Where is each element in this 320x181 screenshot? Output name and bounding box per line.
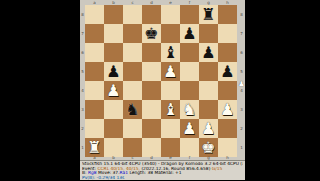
square-g2[interactable]: ♟ <box>199 119 218 138</box>
square-g7[interactable] <box>199 24 218 43</box>
black-pawn[interactable]: ♟ <box>182 24 196 43</box>
white-knight[interactable]: ♞ <box>182 100 196 119</box>
white-pawn[interactable]: ♟ <box>106 81 120 100</box>
square-a5[interactable] <box>85 62 104 81</box>
square-c2[interactable] <box>123 119 142 138</box>
black-rook[interactable]: ♜ <box>201 5 215 24</box>
coordinate-label: 2 <box>238 119 245 138</box>
square-g8[interactable]: ♜ <box>199 5 218 24</box>
coordinate-label: 6 <box>80 43 85 62</box>
square-c4[interactable] <box>123 81 142 100</box>
square-g3[interactable] <box>199 100 218 119</box>
square-f3[interactable]: ♞ <box>180 100 199 119</box>
white-pawn[interactable]: ♟ <box>201 119 215 138</box>
coordinate-label: 8 <box>80 5 85 24</box>
black-knight[interactable]: ♞ <box>125 100 139 119</box>
coordinate-label: 5 <box>80 62 85 81</box>
caption-token: (2022.12.16, Round 856.4.658) <box>141 167 211 171</box>
square-a7[interactable] <box>85 24 104 43</box>
black-pawn[interactable]: ♟ <box>201 43 215 62</box>
caption-token: Dragon by Komodo 3.2 64-bit 4CPU (3530) <box>161 162 243 166</box>
square-d3[interactable] <box>142 100 161 119</box>
square-h7[interactable] <box>218 24 237 43</box>
square-e3[interactable]: ♝ <box>161 100 180 119</box>
broadcast-frame: abcdefgh ♜♚♟♝♟♟♟♟♟♞♝♞♟♟♟♜♚ abcdefgh 8765… <box>80 0 245 180</box>
square-e8[interactable] <box>161 5 180 24</box>
square-b4[interactable]: ♟ <box>104 81 123 100</box>
square-c7[interactable] <box>123 24 142 43</box>
white-pawn[interactable]: ♟ <box>182 119 196 138</box>
square-f4[interactable] <box>180 81 199 100</box>
square-e5[interactable]: ♟ <box>161 62 180 81</box>
square-b5[interactable]: ♟ <box>104 62 123 81</box>
square-c8[interactable] <box>123 5 142 24</box>
square-c3[interactable]: ♞ <box>123 100 142 119</box>
square-e7[interactable] <box>161 24 180 43</box>
square-h6[interactable] <box>218 43 237 62</box>
square-h5[interactable]: ♟ <box>218 62 237 81</box>
coordinate-label: 2 <box>80 119 85 138</box>
caption-token: Length: 38 Material: +1 <box>128 171 182 175</box>
square-h2[interactable] <box>218 119 237 138</box>
caption-token: G/15 <box>212 167 222 171</box>
square-a8[interactable] <box>85 5 104 24</box>
caption-token: Event: <box>82 167 97 171</box>
caption-token: Move: 37. <box>97 171 120 175</box>
coordinate-label: 7 <box>80 24 85 43</box>
square-h4[interactable] <box>218 81 237 100</box>
square-d7[interactable]: ♚ <box>142 24 161 43</box>
white-bishop[interactable]: ♝ <box>163 100 177 119</box>
left-letterbox <box>0 0 80 180</box>
square-a3[interactable] <box>85 100 104 119</box>
coordinate-label: 1 <box>80 138 85 157</box>
square-e6[interactable]: ♝ <box>161 43 180 62</box>
square-f8[interactable] <box>180 5 199 24</box>
square-d6[interactable] <box>142 43 161 62</box>
caption-token: Pv(B): -0.29/34 13s <box>82 176 124 180</box>
coordinate-label: 4 <box>80 81 85 100</box>
square-h8[interactable] <box>218 5 237 24</box>
coordinate-label: 3 <box>238 100 245 119</box>
square-c6[interactable] <box>123 43 142 62</box>
square-c5[interactable] <box>123 62 142 81</box>
coordinate-label: 6 <box>238 43 245 62</box>
square-g5[interactable] <box>199 62 218 81</box>
white-pawn[interactable]: ♟ <box>220 100 234 119</box>
coordinate-label: 5 <box>238 62 245 81</box>
square-d8[interactable] <box>142 5 161 24</box>
black-bishop[interactable]: ♝ <box>163 43 177 62</box>
coordinate-label: 3 <box>80 100 85 119</box>
caption-token: CCRL 40/15, 40/15, <box>97 167 141 171</box>
white-pawn[interactable]: ♟ <box>163 62 177 81</box>
black-pawn[interactable]: ♟ <box>106 62 120 81</box>
square-d5[interactable] <box>142 62 161 81</box>
square-f7[interactable]: ♟ <box>180 24 199 43</box>
square-d4[interactable] <box>142 81 161 100</box>
caption-line-4: Pv(B): -0.29/34 13s <box>82 176 243 181</box>
square-a2[interactable] <box>85 119 104 138</box>
square-a6[interactable] <box>85 43 104 62</box>
square-b3[interactable] <box>104 100 123 119</box>
black-king[interactable]: ♚ <box>144 24 158 43</box>
coordinate-label: 8 <box>238 5 245 24</box>
square-e2[interactable] <box>161 119 180 138</box>
square-b2[interactable] <box>104 119 123 138</box>
square-g4[interactable] <box>199 81 218 100</box>
square-b6[interactable] <box>104 43 123 62</box>
caption-bar: Stockfish 15.1 64-bit 4CPU (3540) - Drag… <box>80 160 245 180</box>
right-letterbox <box>245 0 320 180</box>
black-pawn[interactable]: ♟ <box>220 62 234 81</box>
caption-token: Stockfish 15.1 64-bit 4CPU (3540) <box>82 162 157 166</box>
square-g6[interactable]: ♟ <box>199 43 218 62</box>
caption-token: Rg8 <box>88 171 97 175</box>
square-b8[interactable] <box>104 5 123 24</box>
material-indicator-white-pawn-icon: ♟ <box>238 80 245 89</box>
square-f5[interactable] <box>180 62 199 81</box>
chess-board[interactable]: ♜♚♟♝♟♟♟♟♟♞♝♞♟♟♟♜♚ <box>85 5 237 157</box>
square-a4[interactable] <box>85 81 104 100</box>
square-d2[interactable] <box>142 119 161 138</box>
square-h3[interactable]: ♟ <box>218 100 237 119</box>
coordinate-label: 7 <box>238 24 245 43</box>
caption-token: Ra1 <box>120 171 128 175</box>
square-b7[interactable] <box>104 24 123 43</box>
rank-labels-left: 87654321 <box>80 5 85 157</box>
square-f2[interactable]: ♟ <box>180 119 199 138</box>
square-e4[interactable] <box>161 81 180 100</box>
coordinate-label: 1 <box>238 138 245 157</box>
square-f6[interactable] <box>180 43 199 62</box>
